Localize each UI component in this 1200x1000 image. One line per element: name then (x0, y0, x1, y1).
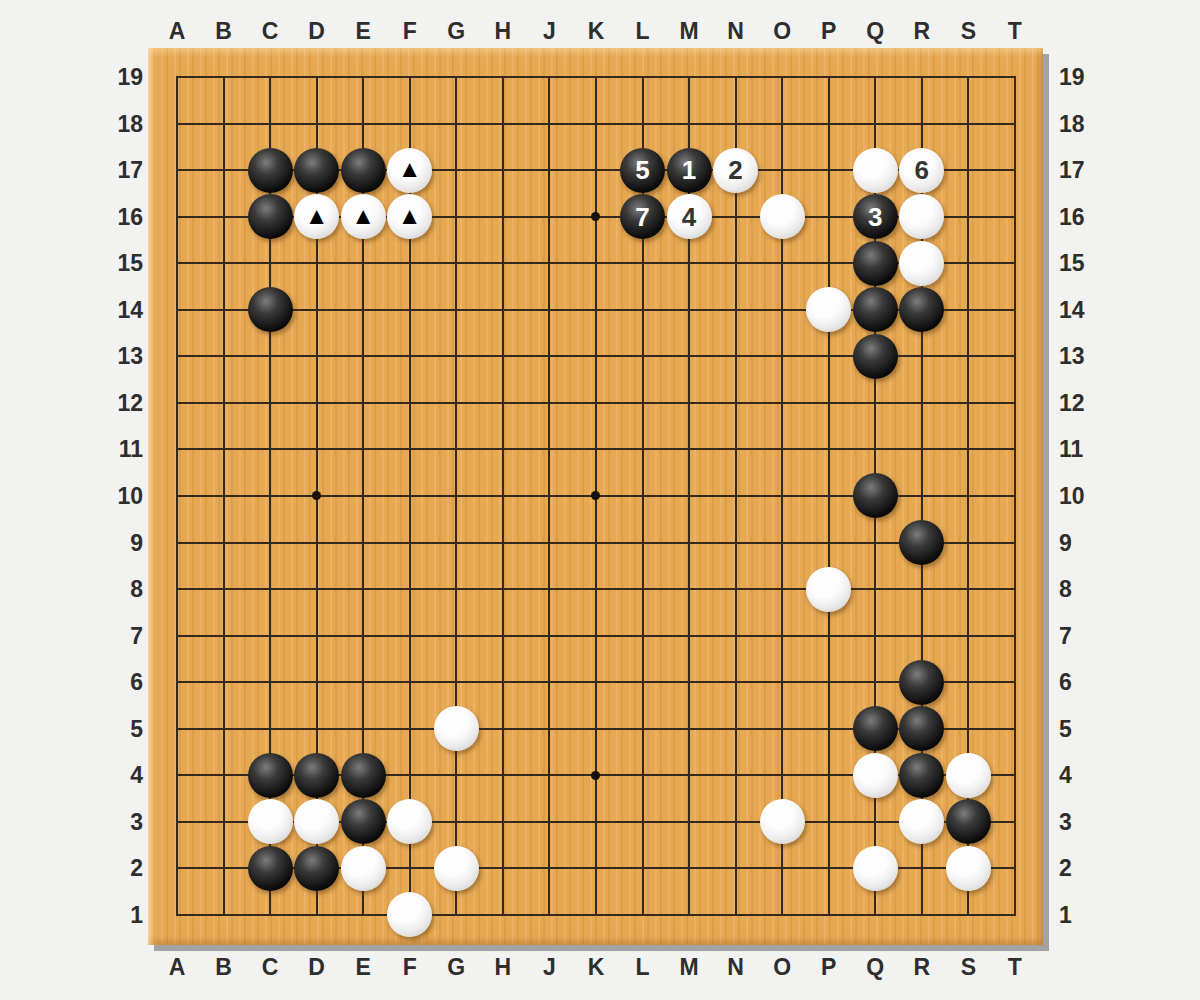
stone-white-S2[interactable] (946, 846, 991, 891)
stone-white-F1[interactable] (387, 892, 432, 937)
star-point-K16 (591, 212, 600, 221)
stone-white-R17[interactable]: 6 (899, 148, 944, 193)
stone-black-M17[interactable]: 1 (667, 148, 712, 193)
coord-label-right-14: 14 (1059, 297, 1114, 323)
move-number-2: 2 (728, 157, 742, 183)
coord-label-bottom-O: O (759, 954, 805, 980)
coord-label-bottom-R: R (899, 954, 945, 980)
grid-line-vertical (1014, 76, 1016, 916)
coord-label-left-1: 1 (88, 902, 143, 928)
coord-label-top-F: F (387, 18, 433, 44)
grid-line-horizontal (176, 635, 1016, 637)
coord-label-left-14: 14 (88, 297, 143, 323)
coord-label-top-P: P (806, 18, 852, 44)
coord-label-left-18: 18 (88, 111, 143, 137)
coord-label-top-C: C (247, 18, 293, 44)
stone-black-E4[interactable] (341, 753, 386, 798)
stone-black-Q14[interactable] (853, 287, 898, 332)
move-number-4: 4 (682, 204, 696, 230)
stone-white-E16[interactable]: ▲ (341, 194, 386, 239)
stone-white-Q17[interactable] (853, 148, 898, 193)
coord-label-top-G: G (433, 18, 479, 44)
stone-white-D3[interactable] (294, 799, 339, 844)
coord-label-right-2: 2 (1059, 855, 1114, 881)
stone-black-L16[interactable]: 7 (620, 194, 665, 239)
coord-label-left-16: 16 (88, 204, 143, 230)
coord-label-bottom-P: P (806, 954, 852, 980)
star-point-D10 (312, 491, 321, 500)
coord-label-bottom-T: T (992, 954, 1038, 980)
stone-black-R9[interactable] (899, 520, 944, 565)
coord-label-top-O: O (759, 18, 805, 44)
coord-label-bottom-E: E (340, 954, 386, 980)
coord-label-bottom-S: S (945, 954, 991, 980)
stone-black-Q15[interactable] (853, 241, 898, 286)
coord-label-top-M: M (666, 18, 712, 44)
stone-black-L17[interactable]: 5 (620, 148, 665, 193)
stone-white-R3[interactable] (899, 799, 944, 844)
coord-label-left-6: 6 (88, 669, 143, 695)
coord-label-right-8: 8 (1059, 576, 1114, 602)
coord-label-bottom-B: B (201, 954, 247, 980)
coord-label-right-6: 6 (1059, 669, 1114, 695)
grid-line-vertical (828, 76, 830, 916)
coord-label-left-15: 15 (88, 250, 143, 276)
move-number-7: 7 (635, 204, 649, 230)
coord-label-top-N: N (713, 18, 759, 44)
stone-white-D16[interactable]: ▲ (294, 194, 339, 239)
stone-white-Q4[interactable] (853, 753, 898, 798)
coord-label-right-19: 19 (1059, 64, 1114, 90)
coord-label-right-16: 16 (1059, 204, 1114, 230)
stone-white-F16[interactable]: ▲ (387, 194, 432, 239)
coord-label-left-19: 19 (88, 64, 143, 90)
go-board[interactable]: ▲▲▲▲5127463 (148, 48, 1043, 945)
stone-white-C3[interactable] (248, 799, 293, 844)
coord-label-right-1: 1 (1059, 902, 1114, 928)
coord-label-left-9: 9 (88, 530, 143, 556)
stone-black-Q5[interactable] (853, 706, 898, 751)
coord-label-right-18: 18 (1059, 111, 1114, 137)
coord-label-top-H: H (480, 18, 526, 44)
stone-black-E3[interactable] (341, 799, 386, 844)
coord-label-right-3: 3 (1059, 809, 1114, 835)
stone-black-D2[interactable] (294, 846, 339, 891)
triangle-mark-icon: ▲ (398, 204, 422, 228)
coord-label-top-E: E (340, 18, 386, 44)
coord-label-left-11: 11 (88, 436, 143, 462)
coord-label-top-J: J (526, 18, 572, 44)
coord-label-bottom-F: F (387, 954, 433, 980)
stone-black-Q13[interactable] (853, 334, 898, 379)
stone-white-O16[interactable] (760, 194, 805, 239)
coord-label-right-12: 12 (1059, 390, 1114, 416)
coord-label-right-15: 15 (1059, 250, 1114, 276)
coord-label-left-5: 5 (88, 716, 143, 742)
stone-black-Q10[interactable] (853, 473, 898, 518)
stone-white-Q2[interactable] (853, 846, 898, 891)
coord-label-right-13: 13 (1059, 343, 1114, 369)
coord-label-bottom-H: H (480, 954, 526, 980)
move-number-3: 3 (868, 204, 882, 230)
stone-white-G5[interactable] (434, 706, 479, 751)
stone-white-S4[interactable] (946, 753, 991, 798)
stone-black-C16[interactable] (248, 194, 293, 239)
stone-black-E17[interactable] (341, 148, 386, 193)
stone-black-S3[interactable] (946, 799, 991, 844)
coord-label-bottom-C: C (247, 954, 293, 980)
coord-label-top-S: S (945, 18, 991, 44)
coord-label-top-T: T (992, 18, 1038, 44)
coord-label-right-17: 17 (1059, 157, 1114, 183)
coord-label-right-11: 11 (1059, 436, 1114, 462)
grid-line-horizontal (176, 681, 1016, 683)
stone-white-F17[interactable]: ▲ (387, 148, 432, 193)
coord-label-bottom-Q: Q (852, 954, 898, 980)
coord-label-bottom-L: L (620, 954, 666, 980)
coord-label-bottom-N: N (713, 954, 759, 980)
stone-black-C2[interactable] (248, 846, 293, 891)
coord-label-right-10: 10 (1059, 483, 1114, 509)
stone-black-C17[interactable] (248, 148, 293, 193)
coord-label-top-B: B (201, 18, 247, 44)
stone-black-R6[interactable] (899, 660, 944, 705)
coord-label-right-4: 4 (1059, 762, 1114, 788)
stone-black-C14[interactable] (248, 287, 293, 332)
stone-black-D17[interactable] (294, 148, 339, 193)
coord-label-top-L: L (620, 18, 666, 44)
grid-line-horizontal (176, 588, 1016, 590)
coord-label-left-3: 3 (88, 809, 143, 835)
go-kifu-page: ▲▲▲▲5127463 AABBCCDDEEFFGGHHJJKKLLMMNNOO… (0, 0, 1200, 1000)
stone-white-G2[interactable] (434, 846, 479, 891)
coord-label-top-K: K (573, 18, 619, 44)
grid-line-horizontal (176, 542, 1016, 544)
grid-line-horizontal (176, 914, 1016, 916)
coord-label-top-A: A (154, 18, 200, 44)
stone-black-C4[interactable] (248, 753, 293, 798)
triangle-mark-icon: ▲ (398, 157, 422, 181)
coord-label-top-Q: Q (852, 18, 898, 44)
stone-white-R15[interactable] (899, 241, 944, 286)
stone-white-O3[interactable] (760, 799, 805, 844)
coord-label-left-7: 7 (88, 623, 143, 649)
move-number-6: 6 (915, 157, 929, 183)
coord-label-left-17: 17 (88, 157, 143, 183)
triangle-mark-icon: ▲ (351, 204, 375, 228)
coord-label-left-13: 13 (88, 343, 143, 369)
star-point-K4 (591, 771, 600, 780)
stone-white-F3[interactable] (387, 799, 432, 844)
coord-label-left-8: 8 (88, 576, 143, 602)
stone-black-Q16[interactable]: 3 (853, 194, 898, 239)
coord-label-bottom-D: D (294, 954, 340, 980)
coord-label-top-D: D (294, 18, 340, 44)
coord-label-right-9: 9 (1059, 530, 1114, 556)
coord-label-right-5: 5 (1059, 716, 1114, 742)
coord-label-right-7: 7 (1059, 623, 1114, 649)
coord-label-bottom-M: M (666, 954, 712, 980)
stone-white-R16[interactable] (899, 194, 944, 239)
coord-label-bottom-K: K (573, 954, 619, 980)
coord-label-left-12: 12 (88, 390, 143, 416)
stone-white-N17[interactable]: 2 (713, 148, 758, 193)
stone-white-P14[interactable] (806, 287, 851, 332)
coord-label-left-2: 2 (88, 855, 143, 881)
coord-label-bottom-J: J (526, 954, 572, 980)
stone-black-R5[interactable] (899, 706, 944, 751)
move-number-5: 5 (635, 157, 649, 183)
coord-label-top-R: R (899, 18, 945, 44)
coord-label-bottom-A: A (154, 954, 200, 980)
stone-black-R4[interactable] (899, 753, 944, 798)
stone-white-M16[interactable]: 4 (667, 194, 712, 239)
coord-label-bottom-G: G (433, 954, 479, 980)
stone-white-P8[interactable] (806, 567, 851, 612)
grid-line-vertical (735, 76, 737, 916)
stone-black-D4[interactable] (294, 753, 339, 798)
stone-black-R14[interactable] (899, 287, 944, 332)
coord-label-left-10: 10 (88, 483, 143, 509)
move-number-1: 1 (682, 157, 696, 183)
coord-label-left-4: 4 (88, 762, 143, 788)
triangle-mark-icon: ▲ (305, 204, 329, 228)
star-point-K10 (591, 491, 600, 500)
stone-white-E2[interactable] (341, 846, 386, 891)
